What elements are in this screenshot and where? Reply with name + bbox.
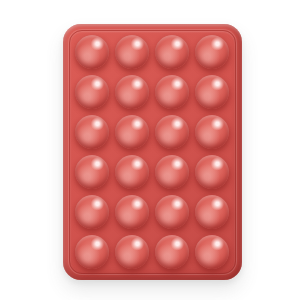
suction-dome: [195, 75, 229, 109]
suction-dome: [75, 235, 109, 269]
suction-dome: [155, 115, 189, 149]
suction-dome: [115, 115, 149, 149]
suction-dome: [195, 155, 229, 189]
silicone-tray: [63, 24, 242, 280]
suction-dome: [155, 235, 189, 269]
suction-dome: [115, 35, 149, 69]
suction-dome: [195, 195, 229, 229]
suction-dome: [75, 195, 109, 229]
suction-dome: [195, 35, 229, 69]
suction-dome: [75, 115, 109, 149]
suction-dome: [155, 35, 189, 69]
dome-grid: [72, 32, 232, 272]
suction-dome: [115, 195, 149, 229]
suction-dome: [155, 155, 189, 189]
suction-dome: [195, 115, 229, 149]
suction-dome: [75, 75, 109, 109]
suction-dome: [155, 75, 189, 109]
suction-dome: [115, 155, 149, 189]
suction-dome: [75, 155, 109, 189]
suction-dome: [75, 35, 109, 69]
suction-dome: [115, 75, 149, 109]
photo-background: [0, 0, 300, 300]
suction-dome: [155, 195, 189, 229]
suction-dome: [195, 235, 229, 269]
suction-dome: [115, 235, 149, 269]
